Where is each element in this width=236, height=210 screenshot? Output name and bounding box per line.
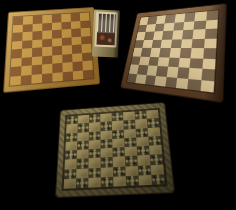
box-label-photo — [97, 14, 116, 33]
board-square — [138, 175, 152, 186]
board-square — [88, 177, 101, 188]
board-square — [76, 178, 88, 189]
board-square — [200, 80, 214, 93]
board-square — [126, 175, 139, 186]
board-square — [202, 58, 216, 69]
board-grid — [63, 109, 167, 190]
board-grid — [9, 12, 95, 87]
board-square — [151, 174, 165, 185]
chessboard-walnut — [120, 3, 227, 103]
board-square — [150, 164, 164, 175]
box-label — [94, 12, 118, 48]
board-square — [88, 167, 100, 177]
board-square — [192, 38, 205, 48]
board-square — [204, 29, 217, 39]
board-square — [83, 69, 94, 79]
board-square — [52, 72, 62, 82]
board-square — [10, 75, 21, 85]
board-square — [113, 166, 126, 176]
board-square — [191, 48, 204, 58]
chess-pieces-box — [92, 9, 120, 57]
board-square — [125, 165, 138, 176]
board-square — [190, 58, 203, 69]
board-square — [101, 167, 114, 177]
board-square — [64, 178, 77, 189]
board-square — [203, 48, 216, 58]
chessboards-photo — [0, 0, 236, 210]
board-square — [21, 74, 32, 84]
box-label-lower-panel — [97, 33, 116, 46]
board-square — [73, 70, 84, 80]
board-grid — [126, 9, 220, 94]
board-square — [42, 73, 52, 83]
chessboard-golden — [3, 7, 100, 93]
board-square — [31, 74, 42, 84]
board-square — [113, 176, 126, 187]
board-square — [193, 29, 205, 39]
chessboard-embossed — [55, 102, 175, 198]
board-square — [204, 38, 217, 48]
board-square — [101, 176, 114, 187]
board-square — [138, 165, 151, 176]
board-square — [188, 78, 202, 90]
board-square — [63, 71, 74, 81]
